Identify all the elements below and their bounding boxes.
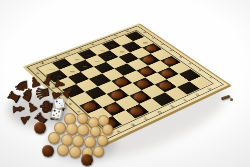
coord-label: 7 (41, 78, 48, 83)
coord-label: 2 (196, 68, 204, 73)
square-g1 (177, 81, 199, 94)
coord-label: C (141, 116, 150, 121)
clasp-knob (230, 98, 233, 101)
coord-label: 3 (186, 61, 194, 66)
coord-label: 6 (158, 42, 165, 46)
coord-label: G (193, 92, 202, 97)
coord-label: A (113, 129, 123, 135)
coord-label: D (155, 110, 164, 115)
photo-scene: ABCDEFGH ABCDEFGH 87654321 87654321 ♜♞♝♛… (0, 0, 250, 167)
coord-label: 3 (74, 109, 82, 115)
coord-label: 4 (177, 55, 185, 60)
coord-label: 5 (57, 93, 65, 98)
coord-label: 2 (83, 118, 91, 124)
coord-label: 8 (34, 71, 41, 76)
coord-label: 1 (93, 126, 101, 132)
coord-label: 7 (150, 36, 157, 40)
coord-label: 6 (49, 86, 56, 91)
coord-label: H (205, 87, 214, 92)
board-frame: ABCDEFGH ABCDEFGH 87654321 87654321 ♜♞♝♛… (22, 23, 232, 146)
coord-label: 1 (206, 75, 214, 80)
coord-label: 4 (66, 101, 74, 107)
chess-board: ABCDEFGH ABCDEFGH 87654321 87654321 ♜♞♝♛… (22, 23, 232, 146)
coord-label: E (168, 104, 177, 109)
coord-label: F (180, 98, 189, 103)
coord-label: 5 (167, 49, 174, 53)
dark-knight: ♞ (13, 78, 30, 94)
coord-label: B (128, 122, 138, 127)
